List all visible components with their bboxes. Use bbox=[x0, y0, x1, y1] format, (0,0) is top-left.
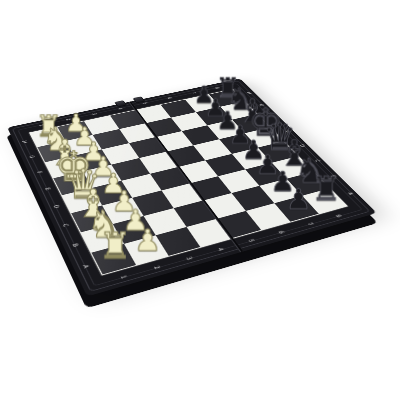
pawn-glyph: ♟ bbox=[134, 225, 161, 255]
coordinate-label: H bbox=[15, 134, 33, 151]
square[interactable] bbox=[161, 100, 196, 118]
chessboard: 1122334455667788HHGGFFEEDDCCBBAA ♜♟♟♜♞♟♟… bbox=[7, 79, 377, 297]
square[interactable] bbox=[156, 131, 193, 151]
square[interactable] bbox=[171, 112, 207, 131]
square[interactable] bbox=[185, 94, 220, 112]
coordinate-label: G bbox=[251, 98, 273, 113]
square[interactable] bbox=[129, 137, 167, 158]
square[interactable] bbox=[245, 127, 284, 147]
king-glyph: ♚ bbox=[248, 103, 282, 141]
square[interactable] bbox=[110, 110, 145, 129]
coordinate-label: 4 bbox=[110, 101, 129, 116]
square[interactable] bbox=[167, 145, 206, 167]
square[interactable] bbox=[93, 129, 129, 149]
coordinate-label: 1 bbox=[32, 118, 50, 134]
coordinate-label: 5 bbox=[135, 96, 155, 111]
coordinate-label: 6 bbox=[160, 91, 180, 105]
rook-glyph: ♜ bbox=[99, 227, 131, 263]
square[interactable] bbox=[207, 120, 244, 140]
rook-glyph: ♜ bbox=[216, 74, 240, 101]
square[interactable] bbox=[84, 116, 119, 135]
square[interactable] bbox=[182, 125, 219, 145]
coordinate-label: F bbox=[263, 110, 286, 125]
coordinate-label: G bbox=[22, 148, 41, 166]
square[interactable] bbox=[145, 118, 181, 137]
perspective-scene: 1122334455667788HHGGFFEEDDCCBBAA ♜♟♟♜♞♟♟… bbox=[0, 0, 400, 400]
square[interactable] bbox=[220, 101, 256, 119]
rook-glyph: ♜ bbox=[311, 172, 341, 205]
square[interactable] bbox=[209, 89, 244, 106]
pawn-glyph: ♟ bbox=[229, 122, 251, 147]
pawn-glyph: ♟ bbox=[65, 110, 87, 134]
pawn-glyph: ♟ bbox=[205, 96, 226, 120]
coordinate-label: H bbox=[239, 86, 260, 100]
square[interactable] bbox=[136, 105, 171, 123]
square[interactable] bbox=[232, 114, 269, 133]
hinge-icon bbox=[133, 96, 146, 103]
coordinate-label: 8 bbox=[207, 81, 227, 95]
product-photo: 1122334455667788HHGGFFEEDDCCBBAA ♜♟♟♜♞♟♟… bbox=[0, 0, 400, 400]
hinge-icon bbox=[114, 100, 127, 107]
coordinate-label: 7 bbox=[184, 86, 204, 100]
square[interactable] bbox=[196, 107, 232, 126]
coordinate-label: 3 bbox=[85, 107, 104, 122]
knight-glyph: ♞ bbox=[226, 84, 253, 114]
pawn-glyph: ♟ bbox=[286, 185, 311, 213]
square[interactable] bbox=[219, 133, 258, 154]
square[interactable] bbox=[193, 139, 232, 160]
pawn-glyph: ♟ bbox=[194, 83, 215, 106]
coordinate-label: 2 bbox=[59, 112, 78, 127]
bishop-glyph: ♝ bbox=[238, 95, 267, 127]
pawn-glyph: ♟ bbox=[216, 108, 238, 132]
square[interactable] bbox=[119, 123, 155, 143]
